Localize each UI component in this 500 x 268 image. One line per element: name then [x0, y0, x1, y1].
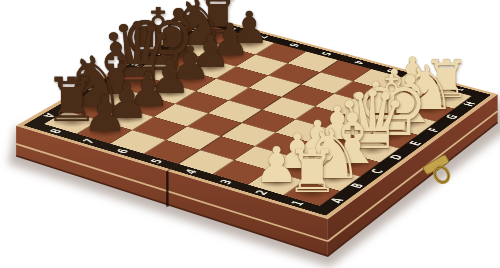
chess-set-product-photo: 8877665544332211AABBCCDDEEFFGGHH ♜♞♝♛♚♝♞… [0, 0, 500, 268]
